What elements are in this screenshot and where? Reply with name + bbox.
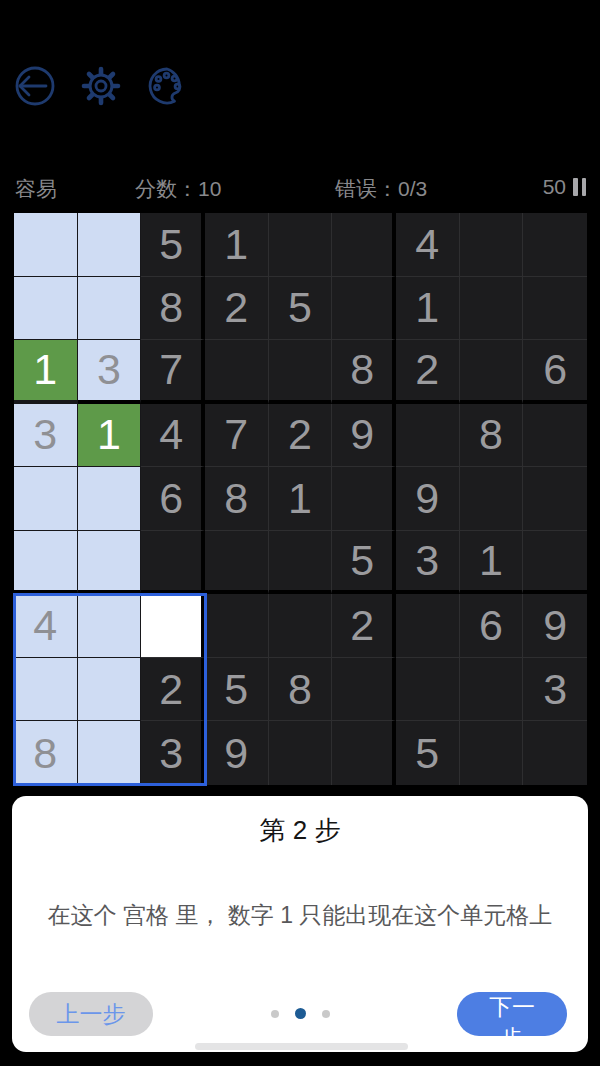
cell-r5c1[interactable] [14,467,78,531]
cell-r8c6[interactable] [332,658,396,722]
cell-r4c9[interactable] [523,404,587,468]
cell-r4c4[interactable]: 7 [205,404,269,468]
cell-r6c9[interactable] [523,531,587,595]
cell-r8c9[interactable]: 3 [523,658,587,722]
cell-r7c4[interactable] [205,594,269,658]
cell-r1c8[interactable] [460,213,524,277]
palette-icon [145,64,189,108]
cell-r7c1[interactable]: 4 [14,594,78,658]
cell-r4c7[interactable] [396,404,460,468]
cell-r4c3[interactable]: 4 [141,404,205,468]
cell-r5c8[interactable] [460,467,524,531]
cell-r3c9[interactable]: 6 [523,340,587,404]
cell-r7c8[interactable]: 6 [460,594,524,658]
cell-r9c1[interactable]: 8 [14,721,78,785]
cell-r5c2[interactable] [78,467,142,531]
cell-r5c3[interactable]: 6 [141,467,205,531]
cell-r3c5[interactable] [269,340,333,404]
cell-r5c4[interactable]: 8 [205,467,269,531]
cell-r6c7[interactable]: 3 [396,531,460,595]
cell-r9c5[interactable] [269,721,333,785]
cell-r6c4[interactable] [205,531,269,595]
cell-r6c2[interactable] [78,531,142,595]
sudoku-board: 514825113782631472986819531426925838395 [14,213,587,785]
sudoku-app-screen: 容易 分数：10 错误：0/3 50 514825113782631472986… [0,0,600,1066]
cell-r5c7[interactable]: 9 [396,467,460,531]
cell-r3c1[interactable]: 1 [14,340,78,404]
pager-dot-2 [295,1008,306,1019]
cell-r1c1[interactable] [14,213,78,277]
cell-r2c5[interactable]: 5 [269,277,333,341]
theme-button[interactable] [145,64,189,108]
cell-r5c6[interactable] [332,467,396,531]
cell-r7c6[interactable]: 2 [332,594,396,658]
cell-r2c2[interactable] [78,277,142,341]
cell-r8c4[interactable]: 5 [205,658,269,722]
cell-r2c4[interactable]: 2 [205,277,269,341]
cell-r4c1[interactable]: 3 [14,404,78,468]
cell-r8c7[interactable] [396,658,460,722]
hint-text: 在这个 宫格 里， 数字 1 只能出现在这个单元格上 [12,900,588,931]
cell-r1c3[interactable]: 5 [141,213,205,277]
cell-r9c8[interactable] [460,721,524,785]
cell-r4c6[interactable]: 9 [332,404,396,468]
cell-r8c3[interactable]: 2 [141,658,205,722]
cell-r2c1[interactable] [14,277,78,341]
cell-r1c5[interactable] [269,213,333,277]
cell-r2c8[interactable] [460,277,524,341]
cell-r9c9[interactable] [523,721,587,785]
cell-r4c2[interactable]: 1 [78,404,142,468]
cell-r6c6[interactable]: 5 [332,531,396,595]
cell-r8c2[interactable] [78,658,142,722]
cell-r6c1[interactable] [14,531,78,595]
hint-step-title: 第 2 步 [12,813,588,848]
cell-r4c8[interactable]: 8 [460,404,524,468]
cell-r2c7[interactable]: 1 [396,277,460,341]
cell-r3c2[interactable]: 3 [78,340,142,404]
cell-r7c2[interactable] [78,594,142,658]
cell-r1c2[interactable] [78,213,142,277]
cell-r2c3[interactable]: 8 [141,277,205,341]
next-step-button[interactable]: 下一步 [457,992,567,1036]
back-icon [13,64,57,108]
cell-r5c5[interactable]: 1 [269,467,333,531]
cell-r7c9[interactable]: 9 [523,594,587,658]
back-button[interactable] [13,64,57,108]
pager-dot-1 [271,1010,279,1018]
cell-r9c2[interactable] [78,721,142,785]
cell-r9c3[interactable]: 3 [141,721,205,785]
timer-value: 50 [543,175,566,199]
settings-button[interactable] [79,64,123,108]
cell-r3c3[interactable]: 7 [141,340,205,404]
cell-r6c5[interactable] [269,531,333,595]
cell-r5c9[interactable] [523,467,587,531]
cell-r1c6[interactable] [332,213,396,277]
pause-button[interactable] [573,177,586,197]
pager-dot-3 [322,1010,330,1018]
status-bar: 容易 分数：10 错误：0/3 50 [0,172,600,204]
cell-r8c5[interactable]: 8 [269,658,333,722]
cell-r3c4[interactable] [205,340,269,404]
timer-display: 50 [543,175,586,199]
cell-r9c4[interactable]: 9 [205,721,269,785]
cell-r6c8[interactable]: 1 [460,531,524,595]
cell-r9c7[interactable]: 5 [396,721,460,785]
cell-r7c3[interactable] [141,594,205,658]
cell-r8c8[interactable] [460,658,524,722]
cell-r1c9[interactable] [523,213,587,277]
errors-display: 错误：0/3 [335,175,427,203]
cell-r2c6[interactable] [332,277,396,341]
cell-r3c7[interactable]: 2 [396,340,460,404]
cell-r6c3[interactable] [141,531,205,595]
cell-r3c6[interactable]: 8 [332,340,396,404]
hint-panel: 第 2 步 在这个 宫格 里， 数字 1 只能出现在这个单元格上 上一步 下一步 [12,796,588,1052]
cell-r8c1[interactable] [14,658,78,722]
cell-r9c6[interactable] [332,721,396,785]
scroll-indicator[interactable] [195,1043,408,1050]
gear-icon [79,64,123,108]
cell-r1c4[interactable]: 1 [205,213,269,277]
score-display: 分数：10 [135,175,221,203]
top-toolbar [0,0,600,130]
cell-r3c8[interactable] [460,340,524,404]
cell-r7c7[interactable] [396,594,460,658]
cell-r1c7[interactable]: 4 [396,213,460,277]
cell-r7c5[interactable] [269,594,333,658]
cell-r2c9[interactable] [523,277,587,341]
difficulty-label: 容易 [15,175,57,203]
cell-r4c5[interactable]: 2 [269,404,333,468]
